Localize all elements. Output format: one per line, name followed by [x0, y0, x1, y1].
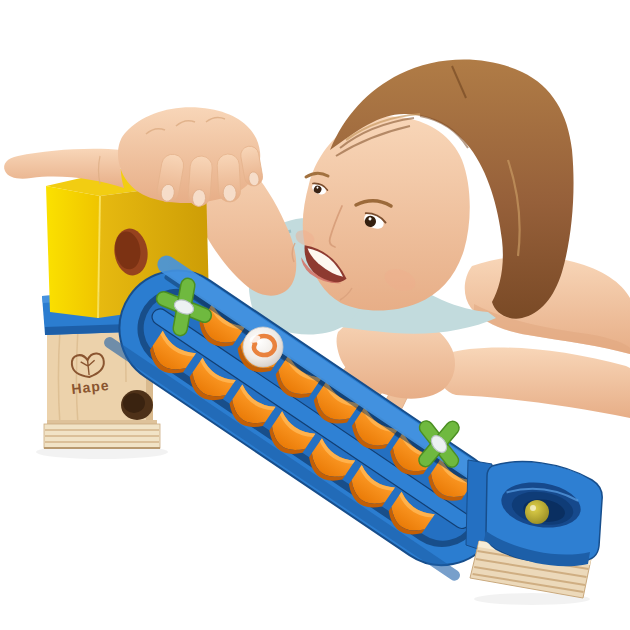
child-face	[292, 116, 470, 310]
scene-svg: Hape	[0, 0, 630, 630]
rolling-marble	[243, 327, 283, 367]
photo-scene: Hape	[0, 0, 630, 630]
catch-block-assembly	[466, 460, 602, 598]
catch-block	[484, 462, 602, 567]
resting-marble	[525, 500, 549, 524]
yellow-block-left-face	[46, 186, 100, 318]
